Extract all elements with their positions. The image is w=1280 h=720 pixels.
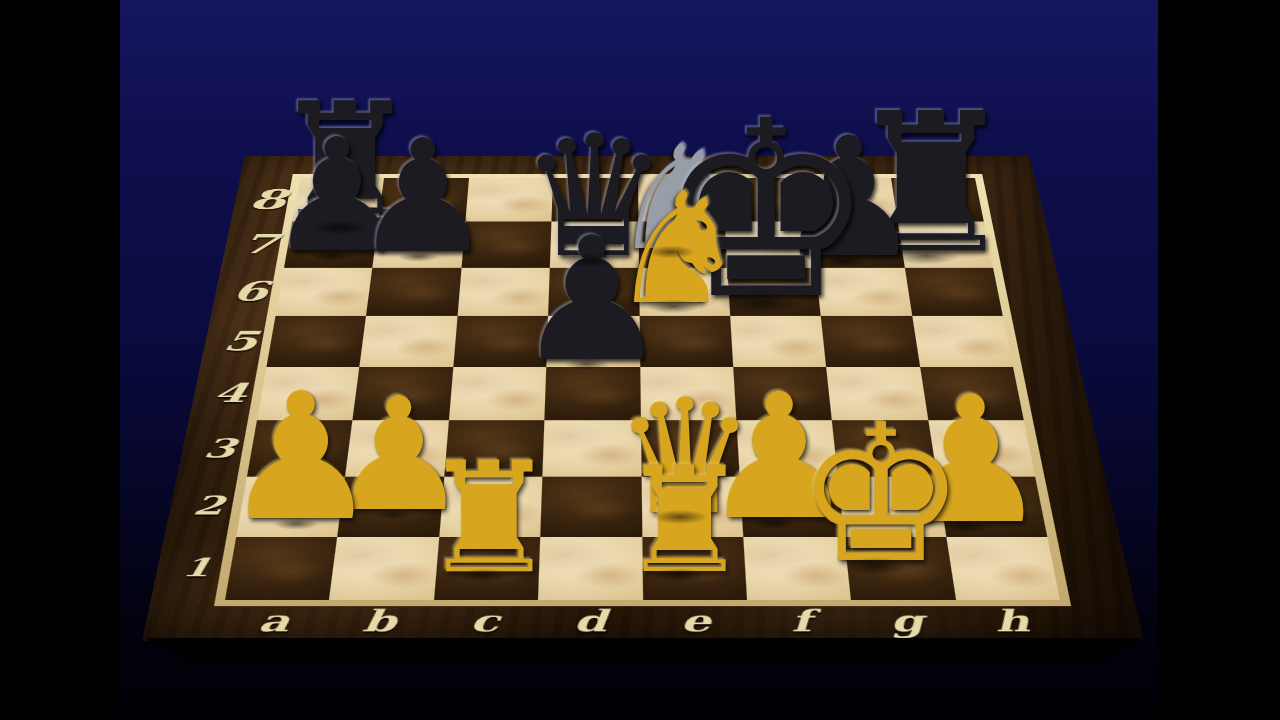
piece-shadow-g7 — [814, 253, 874, 268]
piece-shadow-d5 — [556, 356, 618, 372]
piece-shadow-b2 — [366, 507, 423, 522]
piece-shadow-b7 — [390, 249, 447, 264]
piece-shadow-h7 — [880, 244, 971, 267]
piece-shadow-e1 — [645, 566, 714, 584]
piece-shadow-a8 — [300, 217, 379, 237]
piece-shadow-d7 — [548, 250, 630, 271]
piece-shadow-c1 — [448, 566, 521, 585]
piece-shadow-e6 — [636, 297, 709, 316]
piece-shadow-a7 — [304, 248, 361, 263]
piece-shadow-a2 — [264, 516, 327, 532]
pieces-layer: ♜♞♟♟♜♛♟♚♞♟♟♛♟♟♟♚♜♜ — [0, 0, 1280, 720]
piece-shadow-h2 — [934, 519, 997, 535]
piece-shadow-e7 — [637, 243, 706, 261]
piece-shadow-g1 — [830, 554, 922, 578]
chess-app-screen: 87654321 abcdefgh ♜♞♟♟♜♛♟♚♞♟♟♛♟♟♟♚♜♜ — [0, 0, 1280, 720]
piece-shadow-e2 — [641, 507, 718, 527]
